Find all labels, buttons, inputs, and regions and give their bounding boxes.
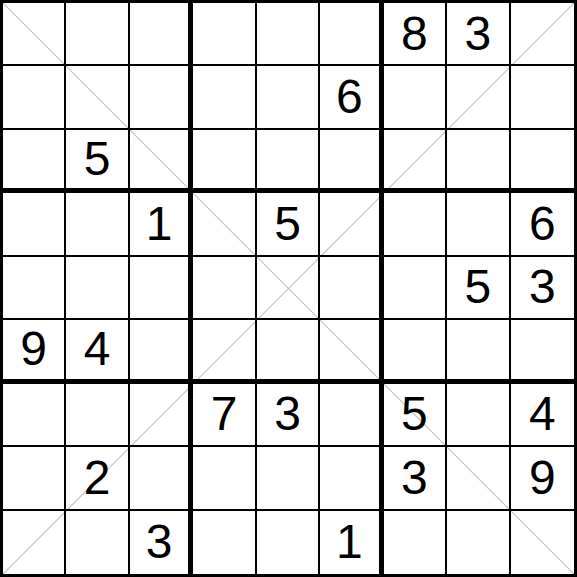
cell-r2c1[interactable] (3, 66, 66, 129)
cell-r4c1[interactable] (3, 193, 66, 256)
cell-r6c2[interactable]: 4 (66, 320, 129, 383)
cell-r7c6[interactable] (320, 384, 383, 447)
cell-r2c2[interactable] (66, 66, 129, 129)
cell-r5c3[interactable] (130, 257, 193, 320)
cell-r7c5[interactable]: 3 (257, 384, 320, 447)
cell-r4c7[interactable] (384, 193, 447, 256)
cell-r4c8[interactable] (447, 193, 510, 256)
cell-r9c2[interactable] (66, 511, 129, 574)
cell-r3c5[interactable] (257, 130, 320, 193)
cell-r8c1[interactable] (3, 447, 66, 510)
cell-r7c7[interactable]: 5 (384, 384, 447, 447)
cell-r4c3[interactable]: 1 (130, 193, 193, 256)
cell-r2c3[interactable] (130, 66, 193, 129)
cell-r3c6[interactable] (320, 130, 383, 193)
cell-r7c8[interactable] (447, 384, 510, 447)
cell-r9c4[interactable] (193, 511, 256, 574)
cell-r3c8[interactable] (447, 130, 510, 193)
cell-r2c8[interactable] (447, 66, 510, 129)
sudoku-board: 83651565394735423931 (3, 3, 574, 574)
cell-r5c7[interactable] (384, 257, 447, 320)
cell-r3c1[interactable] (3, 130, 66, 193)
cell-r9c9[interactable] (511, 511, 574, 574)
cell-r6c7[interactable] (384, 320, 447, 383)
cell-r4c6[interactable] (320, 193, 383, 256)
cell-r9c8[interactable] (447, 511, 510, 574)
cell-r6c3[interactable] (130, 320, 193, 383)
cell-r3c2[interactable]: 5 (66, 130, 129, 193)
cell-r5c1[interactable] (3, 257, 66, 320)
cell-r3c4[interactable] (193, 130, 256, 193)
cell-r7c1[interactable] (3, 384, 66, 447)
cell-r6c9[interactable] (511, 320, 574, 383)
cell-r6c4[interactable] (193, 320, 256, 383)
cell-r5c4[interactable] (193, 257, 256, 320)
cell-r5c9[interactable]: 3 (511, 257, 574, 320)
cell-r9c1[interactable] (3, 511, 66, 574)
cell-r1c1[interactable] (3, 3, 66, 66)
cell-r3c7[interactable] (384, 130, 447, 193)
cell-r7c4[interactable]: 7 (193, 384, 256, 447)
cell-r9c7[interactable] (384, 511, 447, 574)
cell-r8c7[interactable]: 3 (384, 447, 447, 510)
cell-r8c6[interactable] (320, 447, 383, 510)
cell-r7c2[interactable] (66, 384, 129, 447)
cell-r7c9[interactable]: 4 (511, 384, 574, 447)
cell-r8c4[interactable] (193, 447, 256, 510)
cell-r8c2[interactable]: 2 (66, 447, 129, 510)
cell-r4c9[interactable]: 6 (511, 193, 574, 256)
cell-r5c5[interactable] (257, 257, 320, 320)
cell-r9c3[interactable]: 3 (130, 511, 193, 574)
sudoku-board-frame: 83651565394735423931 (0, 0, 577, 577)
cell-r6c5[interactable] (257, 320, 320, 383)
cell-r3c3[interactable] (130, 130, 193, 193)
cell-r2c7[interactable] (384, 66, 447, 129)
cell-r4c5[interactable]: 5 (257, 193, 320, 256)
cell-r1c2[interactable] (66, 3, 129, 66)
cell-r1c3[interactable] (130, 3, 193, 66)
cell-r8c8[interactable] (447, 447, 510, 510)
cell-r8c5[interactable] (257, 447, 320, 510)
cell-r5c8[interactable]: 5 (447, 257, 510, 320)
cell-r2c5[interactable] (257, 66, 320, 129)
cell-r4c2[interactable] (66, 193, 129, 256)
cell-r2c6[interactable]: 6 (320, 66, 383, 129)
cell-r5c2[interactable] (66, 257, 129, 320)
cell-r1c8[interactable]: 3 (447, 3, 510, 66)
cell-r9c6[interactable]: 1 (320, 511, 383, 574)
cell-r1c7[interactable]: 8 (384, 3, 447, 66)
cell-r2c9[interactable] (511, 66, 574, 129)
cell-r9c5[interactable] (257, 511, 320, 574)
cell-r6c6[interactable] (320, 320, 383, 383)
cell-r1c6[interactable] (320, 3, 383, 66)
cell-r3c9[interactable] (511, 130, 574, 193)
cell-r7c3[interactable] (130, 384, 193, 447)
cell-r1c5[interactable] (257, 3, 320, 66)
cell-r2c4[interactable] (193, 66, 256, 129)
cell-r4c4[interactable] (193, 193, 256, 256)
cell-r6c8[interactable] (447, 320, 510, 383)
cell-r8c3[interactable] (130, 447, 193, 510)
cell-r5c6[interactable] (320, 257, 383, 320)
cell-r1c9[interactable] (511, 3, 574, 66)
cell-r6c1[interactable]: 9 (3, 320, 66, 383)
cell-r8c9[interactable]: 9 (511, 447, 574, 510)
cell-r1c4[interactable] (193, 3, 256, 66)
